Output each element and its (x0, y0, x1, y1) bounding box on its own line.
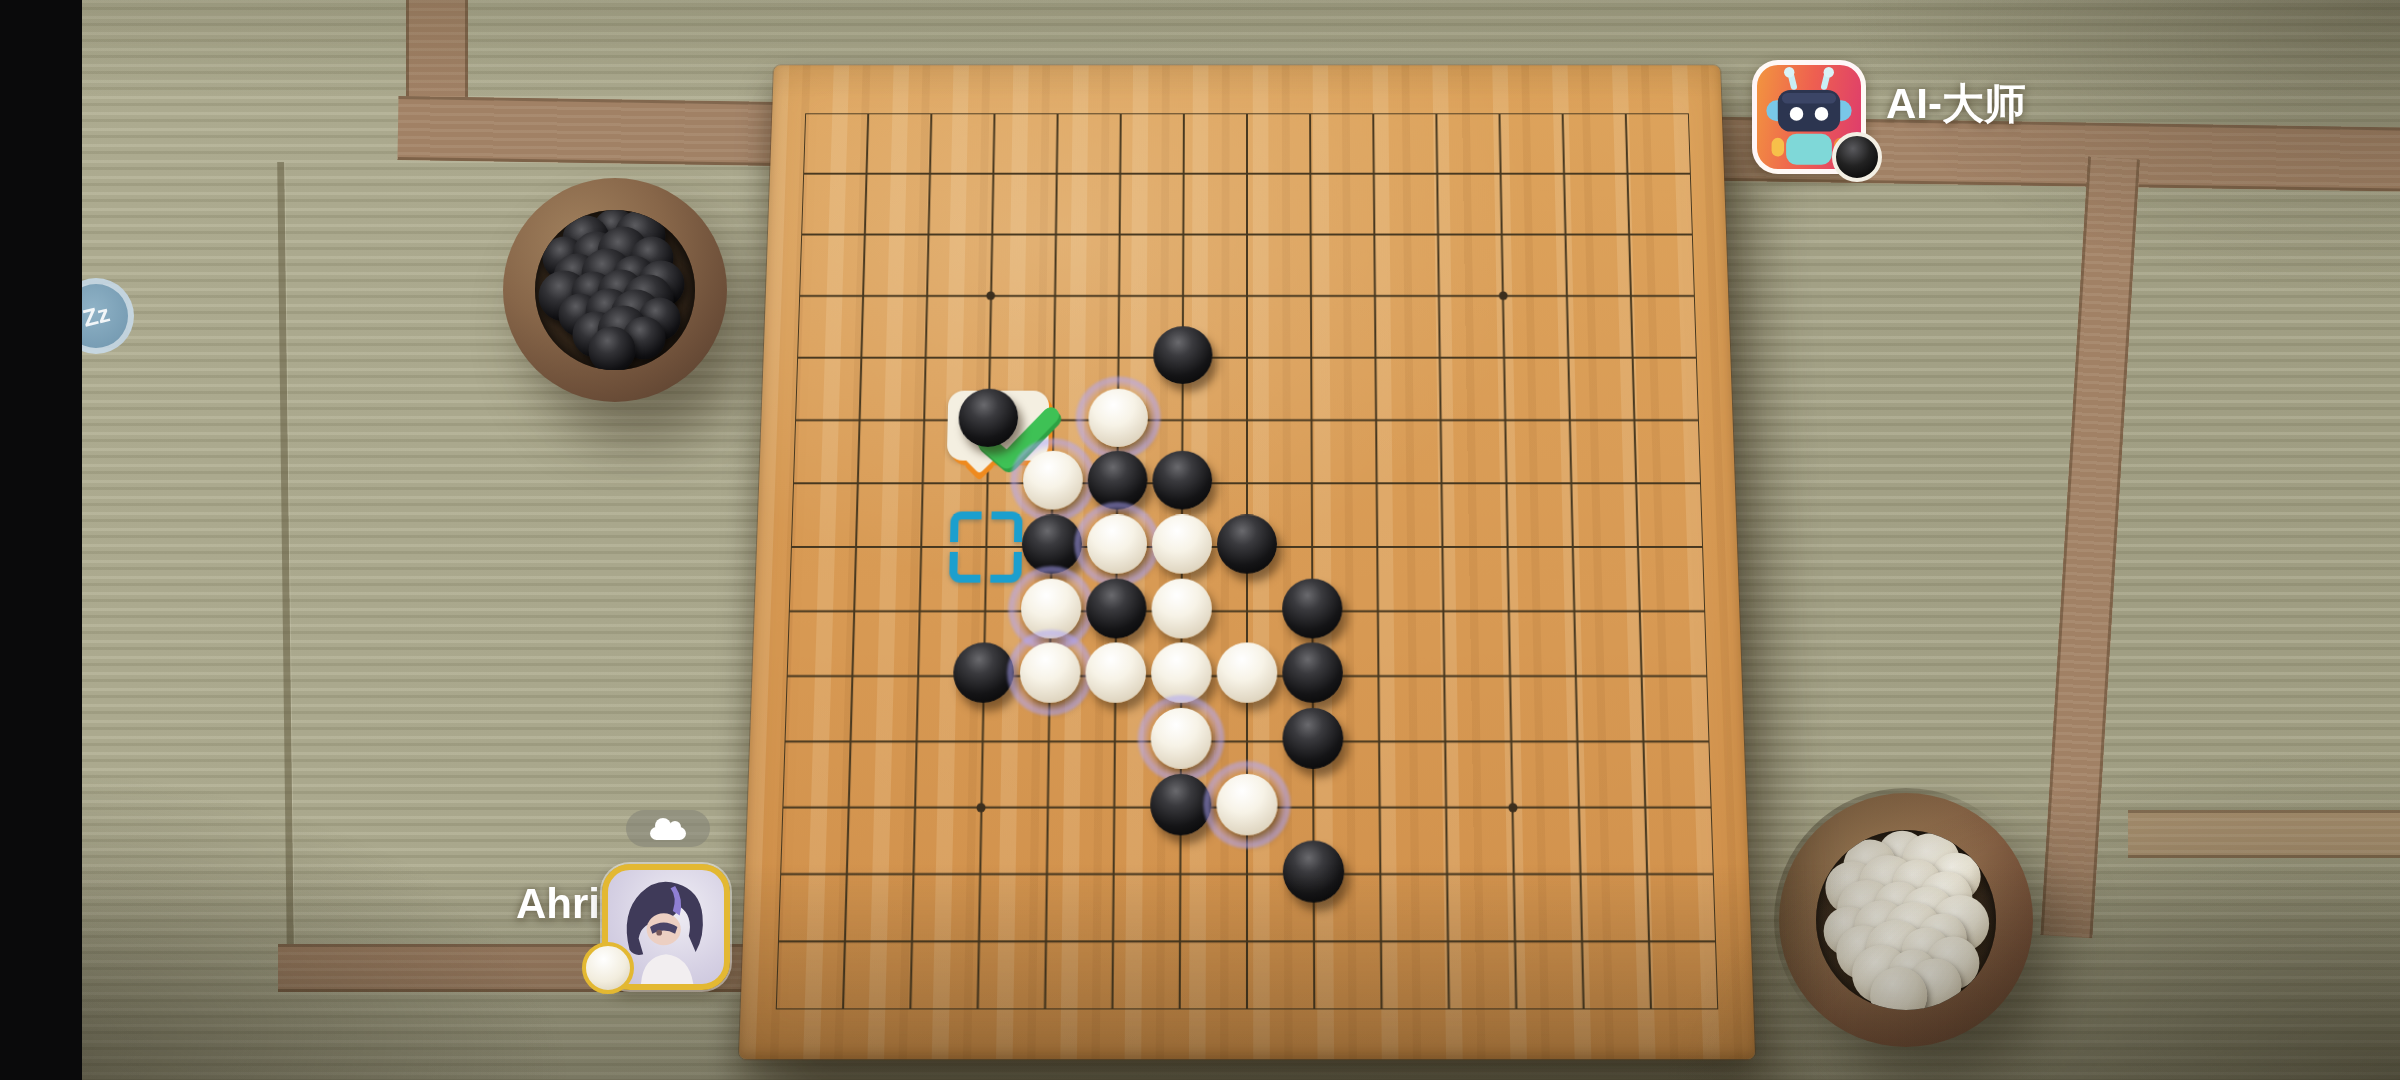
stone-white (1019, 643, 1080, 703)
self-stone-color-badge (582, 942, 634, 994)
stone-white (1088, 388, 1148, 446)
star-point (1498, 292, 1507, 301)
stone-white (1022, 451, 1083, 510)
tray-stone-black (588, 327, 635, 370)
stone-black (1086, 578, 1147, 638)
stone-black (1283, 840, 1345, 902)
stone-white (1152, 514, 1212, 573)
stone-white (1216, 774, 1277, 836)
letterbox-bar (0, 0, 82, 1080)
stone-black (1150, 774, 1211, 836)
stone-black (1282, 578, 1343, 638)
stone-white (1085, 643, 1146, 703)
go-board[interactable] (739, 65, 1755, 1059)
stone-black (1283, 708, 1344, 769)
black-stone-bowl (503, 178, 727, 402)
cloud-icon (650, 827, 686, 840)
tatami-border-band (406, 0, 468, 106)
stone-white (1151, 578, 1212, 638)
stone-white (1217, 643, 1278, 703)
player-card-self: Ahri (516, 806, 836, 1006)
ai-player-name: AI-大师 (1886, 76, 2026, 132)
white-stone-bowl (1779, 793, 2033, 1047)
stone-black (1153, 326, 1212, 384)
stone-black (1282, 643, 1343, 703)
gomoku-match-screen: Zz AI-大师 Ahri (0, 0, 2400, 1080)
player-card-ai: AI-大师 (1752, 60, 2112, 190)
stone-black (1217, 514, 1277, 573)
stone-black (1152, 451, 1212, 510)
board-grid[interactable] (776, 113, 1719, 1009)
star-point (1508, 803, 1517, 812)
ai-stone-color-badge (1832, 132, 1882, 182)
pending-move-marker[interactable] (950, 511, 1023, 582)
stone-white (1086, 514, 1147, 573)
sleep-button-label: Zz (80, 299, 113, 333)
black-stones-tray (535, 210, 694, 369)
self-player-name: Ahri (516, 880, 596, 928)
thinking-indicator (626, 810, 710, 847)
tatami-border-band (2128, 810, 2400, 858)
stone-white (1150, 708, 1211, 769)
bowl-shadow-overlay (1774, 788, 2038, 1052)
